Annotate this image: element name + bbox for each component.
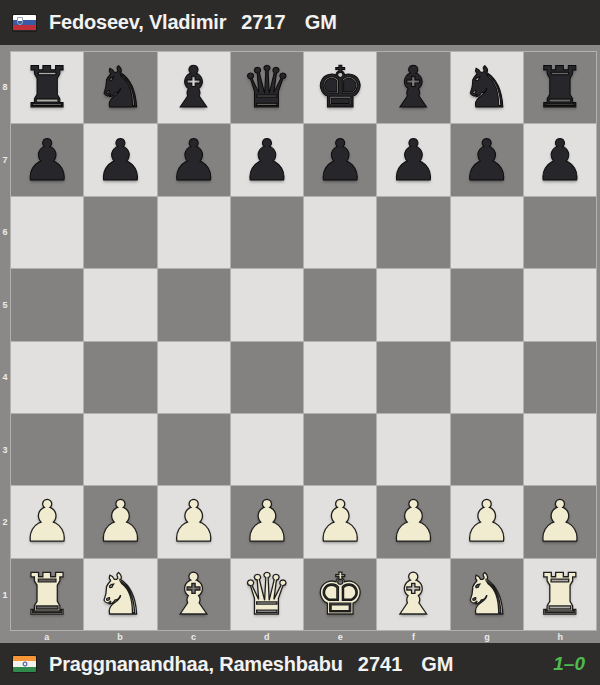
white-knight-b1[interactable]: ♞ [95, 566, 146, 623]
flag-stripe [13, 667, 36, 672]
black-pawn-d7[interactable]: ♟ [241, 132, 292, 189]
black-rook-a8[interactable]: ♜ [22, 59, 73, 116]
black-knight-g8[interactable]: ♞ [461, 59, 512, 116]
black-rook-h8[interactable]: ♜ [534, 59, 585, 116]
chess-board: ♜♞♝♛♚♝♞♜♟♟♟♟♟♟♟♟♟♟♟♟♟♟♟♟♜♞♝♛♚♝♞♜ 8765432… [0, 45, 600, 643]
square-b8[interactable]: ♞ [84, 52, 156, 123]
black-bishop-f8[interactable]: ♝ [388, 59, 439, 116]
square-f2[interactable]: ♟ [377, 486, 449, 557]
black-bishop-c8[interactable]: ♝ [168, 59, 219, 116]
white-pawn-c2[interactable]: ♟ [168, 493, 219, 550]
square-h5[interactable] [524, 269, 596, 340]
square-g7[interactable]: ♟ [451, 124, 523, 195]
bottom-player-bar: Praggnanandhaa, Rameshbabu 2741 GM 1–0 [0, 643, 600, 685]
file-label-d: d [230, 631, 303, 643]
black-pawn-c7[interactable]: ♟ [168, 132, 219, 189]
square-c7[interactable]: ♟ [158, 124, 230, 195]
square-g3[interactable] [451, 414, 523, 485]
game-result: 1–0 [553, 653, 587, 675]
square-f6[interactable] [377, 197, 449, 268]
square-b7[interactable]: ♟ [84, 124, 156, 195]
white-bishop-f1[interactable]: ♝ [388, 566, 439, 623]
black-pawn-g7[interactable]: ♟ [461, 132, 512, 189]
square-d4[interactable] [231, 342, 303, 413]
top-player-rating: 2717 [241, 11, 286, 34]
india-flag-icon [13, 656, 36, 672]
square-f7[interactable]: ♟ [377, 124, 449, 195]
file-label-g: g [450, 631, 523, 643]
square-g2[interactable]: ♟ [451, 486, 523, 557]
square-a5[interactable] [11, 269, 83, 340]
square-g5[interactable] [451, 269, 523, 340]
square-b2[interactable]: ♟ [84, 486, 156, 557]
white-rook-h1[interactable]: ♜ [534, 566, 585, 623]
square-c4[interactable] [158, 342, 230, 413]
square-f1[interactable]: ♝ [377, 559, 449, 630]
square-f5[interactable] [377, 269, 449, 340]
file-label-a: a [10, 631, 83, 643]
square-a8[interactable]: ♜ [11, 52, 83, 123]
white-pawn-d2[interactable]: ♟ [241, 493, 292, 550]
square-b6[interactable] [84, 197, 156, 268]
black-pawn-e7[interactable]: ♟ [315, 132, 366, 189]
square-c3[interactable] [158, 414, 230, 485]
white-pawn-g2[interactable]: ♟ [461, 493, 512, 550]
square-b3[interactable] [84, 414, 156, 485]
square-c1[interactable]: ♝ [158, 559, 230, 630]
white-rook-a1[interactable]: ♜ [22, 566, 73, 623]
square-d7[interactable]: ♟ [231, 124, 303, 195]
file-label-h: h [524, 631, 597, 643]
black-knight-b8[interactable]: ♞ [95, 59, 146, 116]
rank-label-3: 3 [0, 414, 10, 487]
square-e3[interactable] [304, 414, 376, 485]
square-d8[interactable]: ♛ [231, 52, 303, 123]
black-pawn-a7[interactable]: ♟ [22, 132, 73, 189]
top-player-name: Fedoseev, Vladimir [49, 11, 226, 34]
file-labels: abcdefgh [10, 631, 597, 643]
rank-label-5: 5 [0, 269, 10, 342]
square-h3[interactable] [524, 414, 596, 485]
square-g4[interactable] [451, 342, 523, 413]
square-d2[interactable]: ♟ [231, 486, 303, 557]
square-h8[interactable]: ♜ [524, 52, 596, 123]
white-queen-d1[interactable]: ♛ [241, 566, 292, 623]
square-c8[interactable]: ♝ [158, 52, 230, 123]
square-e7[interactable]: ♟ [304, 124, 376, 195]
file-label-e: e [304, 631, 377, 643]
square-a3[interactable] [11, 414, 83, 485]
square-g8[interactable]: ♞ [451, 52, 523, 123]
bottom-player-name: Praggnanandhaa, Rameshbabu [49, 653, 343, 676]
square-b4[interactable] [84, 342, 156, 413]
file-label-f: f [377, 631, 450, 643]
square-g6[interactable] [451, 197, 523, 268]
square-e6[interactable] [304, 197, 376, 268]
black-pawn-f7[interactable]: ♟ [388, 132, 439, 189]
india-chakra [22, 662, 27, 667]
square-b5[interactable] [84, 269, 156, 340]
rank-label-2: 2 [0, 486, 10, 559]
black-queen-d8[interactable]: ♛ [241, 59, 292, 116]
file-label-b: b [83, 631, 156, 643]
rank-label-6: 6 [0, 196, 10, 269]
rank-label-7: 7 [0, 124, 10, 197]
white-pawn-f2[interactable]: ♟ [388, 493, 439, 550]
square-e2[interactable]: ♟ [304, 486, 376, 557]
square-g1[interactable]: ♞ [451, 559, 523, 630]
square-a6[interactable] [11, 197, 83, 268]
square-f4[interactable] [377, 342, 449, 413]
rank-label-4: 4 [0, 341, 10, 414]
square-d3[interactable] [231, 414, 303, 485]
square-a4[interactable] [11, 342, 83, 413]
square-a2[interactable]: ♟ [11, 486, 83, 557]
board-squares: ♜♞♝♛♚♝♞♜♟♟♟♟♟♟♟♟♟♟♟♟♟♟♟♟♜♞♝♛♚♝♞♜ [10, 51, 597, 631]
square-h2[interactable]: ♟ [524, 486, 596, 557]
square-e5[interactable] [304, 269, 376, 340]
flag-stripe [13, 25, 36, 30]
square-d1[interactable]: ♛ [231, 559, 303, 630]
square-c6[interactable] [158, 197, 230, 268]
white-knight-g1[interactable]: ♞ [461, 566, 512, 623]
square-h7[interactable]: ♟ [524, 124, 596, 195]
white-pawn-h2[interactable]: ♟ [534, 493, 585, 550]
square-f8[interactable]: ♝ [377, 52, 449, 123]
file-label-c: c [157, 631, 230, 643]
square-h4[interactable] [524, 342, 596, 413]
bottom-player-rating: 2741 [358, 653, 403, 676]
bottom-player-title: GM [421, 653, 453, 676]
black-king-e8[interactable]: ♚ [315, 59, 366, 116]
rank-label-1: 1 [0, 559, 10, 632]
white-pawn-b2[interactable]: ♟ [95, 493, 146, 550]
white-king-e1[interactable]: ♚ [315, 566, 366, 623]
square-c2[interactable]: ♟ [158, 486, 230, 557]
square-h1[interactable]: ♜ [524, 559, 596, 630]
white-bishop-c1[interactable]: ♝ [168, 566, 219, 623]
rank-labels: 87654321 [0, 51, 10, 631]
square-e1[interactable]: ♚ [304, 559, 376, 630]
slovenia-flag-icon [13, 15, 36, 31]
square-d5[interactable] [231, 269, 303, 340]
rank-label-8: 8 [0, 51, 10, 124]
square-c5[interactable] [158, 269, 230, 340]
square-f3[interactable] [377, 414, 449, 485]
black-pawn-h7[interactable]: ♟ [534, 132, 585, 189]
black-pawn-b7[interactable]: ♟ [95, 132, 146, 189]
square-a7[interactable]: ♟ [11, 124, 83, 195]
square-h6[interactable] [524, 197, 596, 268]
square-d6[interactable] [231, 197, 303, 268]
square-e8[interactable]: ♚ [304, 52, 376, 123]
white-pawn-a2[interactable]: ♟ [22, 493, 73, 550]
square-a1[interactable]: ♜ [11, 559, 83, 630]
white-pawn-e2[interactable]: ♟ [315, 493, 366, 550]
slovenia-coat-of-arms [17, 17, 23, 25]
square-b1[interactable]: ♞ [84, 559, 156, 630]
square-e4[interactable] [304, 342, 376, 413]
top-player-title: GM [305, 11, 337, 34]
top-player-bar: Fedoseev, Vladimir 2717 GM [0, 0, 600, 45]
